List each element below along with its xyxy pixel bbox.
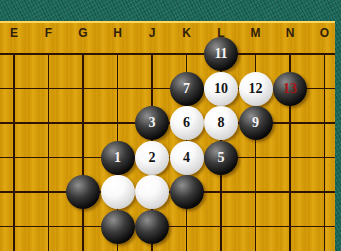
board-top-highlight xyxy=(0,21,335,23)
column-label-N: N xyxy=(286,26,295,40)
stone-white-move12-M2: 12 xyxy=(239,72,273,106)
stone-black-plain-J6 xyxy=(135,210,169,244)
stone-black-move7-K2: 7 xyxy=(170,72,204,106)
go-board[interactable]: EFGHJKLMNO 11710121336891245 xyxy=(0,21,335,251)
stone-black-plain-K5 xyxy=(170,175,204,209)
column-label-O: O xyxy=(320,26,329,40)
stone-white-move2-J4: 2 xyxy=(135,141,169,175)
grid-horizontal-line xyxy=(0,53,335,55)
column-label-G: G xyxy=(78,26,87,40)
stone-black-move3-J3: 3 xyxy=(135,106,169,140)
stone-white-move4-K4: 4 xyxy=(170,141,204,175)
stone-white-move10-L2: 10 xyxy=(204,72,238,106)
grid-vertical-line xyxy=(324,54,326,251)
column-label-E: E xyxy=(10,26,18,40)
grid-vertical-line xyxy=(48,54,50,251)
grid-vertical-line xyxy=(13,54,15,251)
stone-white-move6-K3: 6 xyxy=(170,106,204,140)
stone-black-move5-L4: 5 xyxy=(204,141,238,175)
go-client-capture: EFGHJKLMNO 11710121336891245 xyxy=(0,0,341,251)
stone-black-plain-G5 xyxy=(66,175,100,209)
stone-white-plain-H5 xyxy=(101,175,135,209)
stone-black-move11-L1: 11 xyxy=(204,37,238,71)
column-label-F: F xyxy=(45,26,52,40)
stone-black-move9-M3: 9 xyxy=(239,106,273,140)
stone-black-plain-H6 xyxy=(101,210,135,244)
column-label-M: M xyxy=(251,26,261,40)
column-label-J: J xyxy=(149,26,156,40)
grid-vertical-line xyxy=(82,54,84,251)
column-label-H: H xyxy=(113,26,122,40)
stone-black-move13-N2: 13 xyxy=(273,72,307,106)
stone-white-move8-L3: 8 xyxy=(204,106,238,140)
stone-white-plain-J5 xyxy=(135,175,169,209)
column-label-K: K xyxy=(182,26,191,40)
stone-black-move1-H4: 1 xyxy=(101,141,135,175)
